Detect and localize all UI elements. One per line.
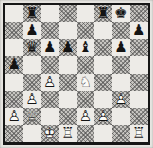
square-f6 <box>94 39 112 56</box>
square-b2: ♛♕ <box>23 108 41 125</box>
piece-black-pawn: ♟ <box>130 22 148 39</box>
square-c2 <box>41 108 59 125</box>
square-b4 <box>23 74 41 91</box>
square-d7 <box>59 22 77 39</box>
square-d3 <box>59 91 77 108</box>
piece-white-pawn: ♟♙ <box>94 108 112 125</box>
piece-white-queen: ♛♕ <box>23 108 41 125</box>
square-e8 <box>77 5 95 22</box>
square-h7: ♟ <box>130 22 148 39</box>
piece-white-knight: ♞♘ <box>77 74 95 91</box>
piece-white-rook: ♜♖ <box>59 125 77 142</box>
piece-black-pawn: ♟ <box>41 39 59 56</box>
square-c6: ♟ <box>41 39 59 56</box>
square-f8: ♜ <box>94 5 112 22</box>
chess-board: ♜♜♚♟♟♛♟♟♝♟♟♟♙♞♘♟♙♟♙♟♙♛♕♟♙♟♙♚♔♜♖♜♖ <box>3 3 149 145</box>
piece-black-queen: ♛ <box>23 39 41 56</box>
piece-white-pawn: ♟♙ <box>112 91 130 108</box>
square-f2: ♟♙ <box>94 108 112 125</box>
square-f4 <box>94 74 112 91</box>
piece-white-rook: ♜♖ <box>130 125 148 142</box>
square-g5 <box>112 56 130 73</box>
square-a4 <box>5 74 23 91</box>
square-h2 <box>130 108 148 125</box>
square-g2 <box>112 108 130 125</box>
square-g1 <box>112 125 130 142</box>
square-e6: ♝ <box>77 39 95 56</box>
square-b3: ♟♙ <box>23 91 41 108</box>
piece-white-king: ♚♔ <box>41 125 59 142</box>
square-g6: ♟ <box>112 39 130 56</box>
square-d4 <box>59 74 77 91</box>
square-a2: ♟♙ <box>5 108 23 125</box>
piece-black-pawn: ♟ <box>59 39 77 56</box>
piece-white-pawn: ♟♙ <box>5 108 23 125</box>
square-a6 <box>5 39 23 56</box>
piece-black-king: ♚ <box>112 5 130 22</box>
piece-black-rook: ♜ <box>23 5 41 22</box>
square-a3 <box>5 91 23 108</box>
square-b8: ♜ <box>23 5 41 22</box>
square-g8: ♚ <box>112 5 130 22</box>
square-c4: ♟♙ <box>41 74 59 91</box>
square-c1: ♚♔ <box>41 125 59 142</box>
piece-black-rook: ♜ <box>94 5 112 22</box>
chess-diagram: ♜♜♚♟♟♛♟♟♝♟♟♟♙♞♘♟♙♟♙♟♙♛♕♟♙♟♙♚♔♜♖♜♖ <box>0 0 153 148</box>
square-f7 <box>94 22 112 39</box>
square-d5 <box>59 56 77 73</box>
square-c5 <box>41 56 59 73</box>
square-e4: ♞♘ <box>77 74 95 91</box>
square-e3 <box>77 91 95 108</box>
square-h3 <box>130 91 148 108</box>
piece-white-pawn: ♟♙ <box>41 74 59 91</box>
square-e5 <box>77 56 95 73</box>
piece-white-pawn: ♟♙ <box>23 91 41 108</box>
square-h5 <box>130 56 148 73</box>
square-c3 <box>41 91 59 108</box>
square-h6 <box>130 39 148 56</box>
piece-black-pawn: ♟ <box>112 39 130 56</box>
square-e2: ♟♙ <box>77 108 95 125</box>
piece-black-pawn: ♟ <box>5 56 23 73</box>
square-a8 <box>5 5 23 22</box>
square-f3 <box>94 91 112 108</box>
square-b1 <box>23 125 41 142</box>
square-b6: ♛ <box>23 39 41 56</box>
piece-black-pawn: ♟ <box>23 22 41 39</box>
square-f1 <box>94 125 112 142</box>
square-h4 <box>130 74 148 91</box>
square-a5: ♟ <box>5 56 23 73</box>
piece-black-bishop: ♝ <box>77 39 95 56</box>
square-d6: ♟ <box>59 39 77 56</box>
square-d2 <box>59 108 77 125</box>
square-h8 <box>130 5 148 22</box>
square-h1: ♜♖ <box>130 125 148 142</box>
square-b7: ♟ <box>23 22 41 39</box>
square-d8 <box>59 5 77 22</box>
square-c8 <box>41 5 59 22</box>
square-a1 <box>5 125 23 142</box>
square-e7 <box>77 22 95 39</box>
square-b5 <box>23 56 41 73</box>
square-g4 <box>112 74 130 91</box>
piece-white-pawn: ♟♙ <box>77 108 95 125</box>
square-c7 <box>41 22 59 39</box>
square-a7 <box>5 22 23 39</box>
square-g7 <box>112 22 130 39</box>
square-g3: ♟♙ <box>112 91 130 108</box>
square-e1 <box>77 125 95 142</box>
square-d1: ♜♖ <box>59 125 77 142</box>
square-f5 <box>94 56 112 73</box>
